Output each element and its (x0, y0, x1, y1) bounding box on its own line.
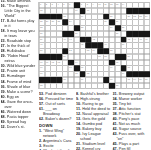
clue-number: 40. (113, 116, 118, 121)
clue-column-bottom-1: 53. Pod denizen56. Pressed for time57. O… (39, 91, 75, 150)
clue-item: 61. ___ on Broadway (39, 106, 75, 116)
crossword-grid: 1234567891011121314151617181920212223242… (39, 2, 151, 89)
clue-item: 47. Pen fill (113, 147, 150, 150)
clue-item: 1. "West Wing" network (39, 128, 75, 138)
clue-number: 39. (1, 89, 6, 94)
clue-number: 49. (1, 119, 6, 124)
clue-number: 23. (1, 38, 6, 43)
clue-number: 32. (1, 69, 6, 74)
clue-number: 61. (39, 106, 44, 111)
clue-number: 44. (1, 99, 6, 104)
clue-item: 16. "The Biggest Little City in the Worl… (1, 3, 38, 18)
clue-number: 18. (1, 28, 6, 33)
clue-item: 43. Fuss over, with "on" (113, 131, 150, 141)
clue-item: 18. It may leave you in tears (1, 28, 38, 38)
clue-number: 13. (76, 116, 81, 121)
clue-number: 33. (1, 74, 6, 79)
clue-number: 21. (76, 141, 81, 146)
clue-number: 36. (1, 84, 6, 89)
clue-column-left: 15. Make amends16. "The Biggest Little C… (1, 0, 38, 150)
clue-number: 12. (76, 111, 81, 116)
clue-number: 48. (1, 114, 6, 119)
clue-item: 62. Baker's dozen? (39, 116, 75, 121)
clue-item: 44. Gave the once-over (1, 99, 38, 109)
clue-number: 8. (76, 91, 79, 96)
clue-item: 29. "Robin Hood" extras (1, 54, 38, 64)
clue-number: 40. (1, 94, 6, 99)
clue-number: 53. (39, 91, 44, 96)
clue-number: 45. (113, 141, 118, 146)
clue-number: 37. (113, 106, 118, 111)
clue-item: 17. B-flat horns play in it (1, 18, 38, 28)
clue-column-bottom-3: 31. Brewery output34. Manor worker35. Ti… (113, 91, 150, 150)
clue-number: 3. (39, 143, 42, 148)
clue-number: 4. (39, 149, 42, 150)
clue-item: 4. Words at the altar (39, 149, 75, 150)
clue-number: 10. (76, 101, 81, 106)
clue-item: 20. Ivy League school (76, 131, 111, 141)
clue-number: 28. (1, 48, 6, 53)
clue-number: 20. (76, 131, 81, 136)
clue-number: 56. (39, 96, 44, 101)
clue-number: 17. (1, 18, 6, 23)
clue-number: 35. (113, 101, 118, 106)
clue-number: 57. (39, 101, 44, 106)
clue-number: 27. (1, 43, 6, 48)
clue-number: 9. (76, 96, 79, 101)
clue-number: 43. (113, 131, 118, 136)
clue-number: 16. (1, 3, 6, 8)
clue-number: 14. (76, 121, 81, 126)
clue-number: 29. (1, 54, 6, 59)
clue-column-bottom-2: 8. Bashful's brother9. High-strung10. Ra… (76, 91, 111, 150)
crossword-puzzle-page: 1234567891011121314151617181920212223242… (0, 0, 150, 150)
clue-number: 46. (1, 109, 6, 114)
down-header: DOWN (39, 123, 75, 128)
clue-number: 41. (113, 121, 118, 126)
clue-item: 52. Dover's st. (1, 124, 38, 129)
clue-number: 34. (1, 79, 6, 84)
clue-number: 42. (113, 126, 118, 131)
clue-item: 22. Kennel cry (76, 147, 111, 150)
clue-number: 22. (76, 147, 81, 150)
clue-number: 11. (76, 106, 81, 111)
clue-number: 19. (76, 126, 81, 131)
clue-number: 52. (1, 124, 6, 129)
clue-number: 31. (113, 91, 118, 96)
clue-number: 1. (39, 128, 42, 133)
clue-number: 34. (113, 96, 118, 101)
grid-cell (144, 83, 150, 89)
clue-number: 47. (113, 147, 118, 150)
clue-number: 38. (113, 111, 118, 116)
clue-number: 62. (39, 116, 44, 121)
clue-number: 30. (1, 64, 6, 69)
clue-number: 2. (39, 138, 42, 143)
